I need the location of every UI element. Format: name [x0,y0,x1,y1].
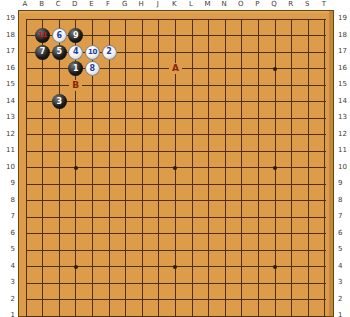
grid-line-horizontal [26,316,326,317]
grid-line-vertical [26,19,27,317]
grid-line-vertical [42,19,43,317]
grid-line-vertical [241,19,242,317]
column-label-G: G [119,0,131,9]
row-label-left-6: 6 [1,229,15,238]
row-label-left-3: 3 [1,278,15,287]
row-label-left-7: 7 [1,212,15,221]
column-label-P: P [251,0,263,9]
row-label-left-14: 14 [1,97,15,106]
grid-line-vertical [324,19,325,317]
row-label-right-1: 1 [338,311,350,317]
move-number: 11 [38,32,47,39]
move-number: 4 [73,48,79,56]
stone-white-8: 8 [85,61,100,76]
row-label-right-18: 18 [338,31,350,40]
grid-line-horizontal [26,217,326,218]
column-label-D: D [69,0,81,9]
row-label-left-2: 2 [1,295,15,304]
stone-black-7: 7 [35,45,50,60]
row-label-left-8: 8 [1,196,15,205]
row-label-right-6: 6 [338,229,350,238]
stone-black-9: 9 [68,28,83,43]
grid-line-vertical [125,19,126,317]
goban[interactable]: AB 1234567891011 [18,10,334,317]
row-label-right-13: 13 [338,113,350,122]
stone-black-3: 3 [52,94,67,109]
move-number: 3 [56,98,62,106]
move-number: 2 [106,48,112,56]
row-label-left-5: 5 [1,245,15,254]
go-diagram-page: ABCDEFGHJKLMNOPQRST 19181716151413121110… [0,0,350,317]
grid-line-horizontal [26,134,326,135]
grid-line-horizontal [26,184,326,185]
grid-line-vertical [142,19,143,317]
grid-line-horizontal [26,233,326,234]
grid-line-vertical [192,19,193,317]
star-point [273,67,277,71]
move-number: 10 [88,49,97,56]
grid-line-vertical [109,19,110,317]
grid-line-vertical [208,19,209,317]
grid-line-vertical [258,19,259,317]
row-label-right-15: 15 [338,80,350,89]
row-label-right-5: 5 [338,245,350,254]
column-label-A: A [19,0,31,9]
column-label-H: H [135,0,147,9]
row-label-right-9: 9 [338,179,350,188]
move-number: 7 [40,48,46,56]
row-label-right-7: 7 [338,212,350,221]
point-label-B[interactable]: B [69,80,82,91]
row-label-right-17: 17 [338,47,350,56]
grid-line-horizontal [26,101,326,102]
column-label-J: J [152,0,164,9]
column-label-B: B [36,0,48,9]
row-label-right-16: 16 [338,64,350,73]
row-label-right-11: 11 [338,146,350,155]
row-label-right-14: 14 [338,97,350,106]
grid-line-horizontal [26,299,326,300]
column-label-F: F [102,0,114,9]
row-label-left-4: 4 [1,262,15,271]
stone-white-10: 10 [85,45,100,60]
row-label-left-18: 18 [1,31,15,40]
row-label-left-9: 9 [1,179,15,188]
point-label-A[interactable]: A [169,63,182,74]
column-label-Q: Q [268,0,280,9]
grid-line-vertical [291,19,292,317]
column-label-S: S [301,0,313,9]
grid-line-vertical [308,19,309,317]
stone-white-4: 4 [68,45,83,60]
grid-line-vertical [158,19,159,317]
row-label-left-19: 19 [1,14,15,23]
column-label-L: L [185,0,197,9]
stone-black-1: 1 [68,61,83,76]
column-label-E: E [85,0,97,9]
stone-white-6: 6 [52,28,67,43]
row-label-left-1: 1 [1,311,15,317]
row-label-left-15: 15 [1,80,15,89]
row-label-left-12: 12 [1,130,15,139]
move-number: 8 [90,65,96,73]
grid-line-horizontal [26,200,326,201]
star-point [74,265,78,269]
column-label-C: C [52,0,64,9]
star-point [74,166,78,170]
row-label-right-12: 12 [338,130,350,139]
row-label-right-3: 3 [338,278,350,287]
grid-line-vertical [59,19,60,317]
column-label-T: T [318,0,330,9]
move-number: 6 [56,32,62,40]
row-label-right-19: 19 [338,14,350,23]
star-point [273,265,277,269]
move-number: 1 [73,65,79,73]
row-label-left-17: 17 [1,47,15,56]
column-label-M: M [202,0,214,9]
row-label-left-11: 11 [1,146,15,155]
column-label-R: R [285,0,297,9]
stone-black-11: 11 [35,28,50,43]
stone-black-5: 5 [52,45,67,60]
row-label-right-2: 2 [338,295,350,304]
star-point [273,166,277,170]
row-label-left-16: 16 [1,64,15,73]
column-label-O: O [235,0,247,9]
star-point [173,166,177,170]
move-number: 9 [73,32,79,40]
grid-line-horizontal [26,118,326,119]
grid-line-horizontal [26,19,326,20]
row-label-right-10: 10 [338,163,350,172]
row-label-left-13: 13 [1,113,15,122]
grid-line-vertical [225,19,226,317]
grid-line-horizontal [26,283,326,284]
move-number: 5 [56,48,62,56]
row-label-right-4: 4 [338,262,350,271]
column-label-N: N [218,0,230,9]
column-label-K: K [168,0,180,9]
stone-white-2: 2 [102,45,117,60]
star-point [173,265,177,269]
grid-line-horizontal [26,250,326,251]
grid-line-horizontal [26,151,326,152]
row-label-right-8: 8 [338,196,350,205]
row-label-left-10: 10 [1,163,15,172]
